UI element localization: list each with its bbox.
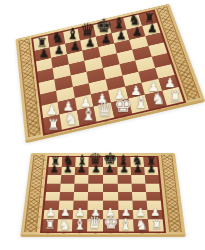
square-f6[interactable] [117,175,131,183]
rank-label: 8 [28,42,31,46]
square-d5[interactable] [88,183,102,192]
white-knight[interactable]: ♞ [58,218,71,232]
square-b4[interactable] [59,192,74,201]
rank-label: 6 [41,176,44,179]
square-a6[interactable] [46,175,61,183]
black-pawn[interactable]: ♟ [77,165,86,175]
square-c5[interactable] [74,183,88,192]
square-d1[interactable]: ♛ [87,219,102,231]
rank-label: 6 [30,64,33,68]
black-pawn[interactable]: ♟ [100,33,111,45]
square-d4[interactable] [88,192,102,201]
rank-label: 8 [43,159,46,162]
black-pawn[interactable]: ♟ [116,30,127,42]
square-h1[interactable]: ♜ [147,219,163,231]
black-pawn[interactable]: ♟ [69,40,80,52]
square-f7[interactable]: ♟ [116,167,130,175]
board-frame: ♜♞♝♛♚♝♞♜♟♟♟♟♟♟♟♟♟♟♟♟♟♟♟♟♜♞♝♛♚♝♞♜ [39,156,165,233]
square-e4[interactable] [102,192,117,201]
rank-label: 4 [39,195,42,198]
square-f4[interactable] [117,192,132,201]
square-h4[interactable] [145,192,160,201]
rank-label: 3 [38,205,41,208]
square-b7[interactable]: ♟ [61,167,75,175]
rank-label: 7 [42,167,45,170]
black-pawn[interactable]: ♟ [49,165,58,175]
black-pawn[interactable]: ♟ [146,165,155,175]
white-king[interactable]: ♚ [102,214,118,232]
white-pawn[interactable]: ♟ [164,76,176,89]
square-c4[interactable] [73,192,88,201]
rank-label: 2 [37,215,40,219]
rank-label: 3 [35,100,38,104]
black-pawn[interactable]: ♟ [133,165,142,175]
white-queen[interactable]: ♛ [87,215,102,232]
square-c4[interactable] [70,72,88,87]
square-c7[interactable]: ♟ [75,167,89,175]
black-pawn[interactable]: ♟ [105,165,114,175]
white-bishop[interactable]: ♝ [119,216,133,231]
black-pawn[interactable]: ♟ [84,37,95,49]
square-h4[interactable] [151,53,171,68]
black-pawn[interactable]: ♟ [90,165,99,175]
black-pawn[interactable]: ♟ [63,165,72,175]
square-e1[interactable]: ♚ [102,219,118,231]
square-a7[interactable]: ♟ [47,167,61,175]
white-rook[interactable]: ♜ [150,219,161,231]
black-pawn[interactable]: ♟ [131,26,142,38]
square-g5[interactable] [131,183,146,192]
playing-field: ♜♞♝♛♚♝♞♜♟♟♟♟♟♟♟♟♟♟♟♟♟♟♟♟♜♞♝♛♚♝♞♜ [42,157,164,232]
rank-label: 4 [33,88,36,92]
white-bishop[interactable]: ♝ [132,94,148,111]
square-g7[interactable]: ♟ [130,167,144,175]
square-d6[interactable] [88,175,102,183]
white-rook[interactable]: ♜ [44,219,55,231]
square-h6[interactable] [144,175,159,183]
black-pawn[interactable]: ♟ [147,22,158,34]
rank-label: 1 [36,226,39,230]
white-rook[interactable]: ♜ [168,89,181,103]
square-h5[interactable] [145,183,160,192]
square-f5[interactable] [117,183,131,192]
square-b5[interactable] [60,183,75,192]
rank-label: 5 [32,76,35,80]
square-g6[interactable] [130,175,144,183]
white-knight[interactable]: ♞ [150,91,164,107]
square-b1[interactable]: ♞ [57,219,73,231]
square-a4[interactable] [45,192,60,201]
square-g4[interactable] [131,192,146,201]
square-a1[interactable]: ♜ [42,219,58,231]
rank-label: 5 [40,186,43,189]
black-pawn[interactable]: ♟ [119,165,128,175]
square-d7[interactable]: ♟ [88,167,102,175]
square-e7[interactable]: ♟ [102,167,117,175]
square-a5[interactable] [46,183,61,192]
square-g1[interactable]: ♞ [133,219,149,231]
white-bishop[interactable]: ♝ [73,216,87,231]
rank-label: 7 [29,53,32,57]
square-c1[interactable]: ♝ [72,219,87,231]
square-b6[interactable] [60,175,74,183]
white-knight[interactable]: ♞ [134,218,147,232]
square-c6[interactable] [74,175,88,183]
square-e5[interactable] [102,183,117,192]
black-pawn[interactable]: ♟ [53,44,64,56]
square-h7[interactable]: ♟ [144,167,158,175]
square-a5[interactable] [37,68,54,83]
square-c5[interactable] [68,61,86,75]
black-pawn[interactable]: ♟ [38,48,49,60]
square-e6[interactable] [102,175,117,183]
chessboard: 87654321 abcdefgh ♜♞♝♛♚♝♞♜♟♟♟♟♟♟♟♟♟♟♟♟♟♟… [20,153,186,237]
product-photo-page: { "game": "chess", "position": { "fen": … [0,0,205,250]
square-f1[interactable]: ♝ [118,219,133,231]
chessboard-photo-front: 87654321 abcdefgh ♜♞♝♛♚♝♞♜♟♟♟♟♟♟♟♟♟♟♟♟♟♟… [0,112,205,250]
